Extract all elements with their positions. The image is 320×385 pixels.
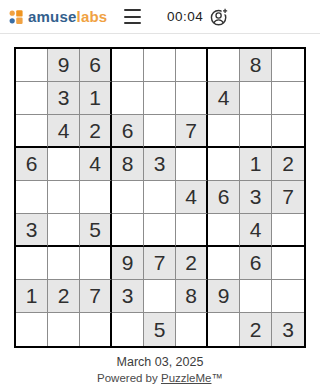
sudoku-cell-r2c7[interactable]: 4 xyxy=(208,82,240,115)
sudoku-cell-r8c5[interactable] xyxy=(144,280,176,313)
sudoku-cell-r8c6[interactable]: 8 xyxy=(176,280,208,313)
sudoku-cell-r3c4[interactable]: 6 xyxy=(112,115,144,148)
sudoku-cell-r3c8[interactable] xyxy=(240,115,272,148)
sudoku-cell-r4c7[interactable] xyxy=(208,148,240,181)
sudoku-cell-r4c4[interactable]: 8 xyxy=(112,148,144,181)
sudoku-cell-r7c7[interactable] xyxy=(208,247,240,280)
sudoku-cell-r9c8[interactable]: 2 xyxy=(240,313,272,346)
sudoku-cell-r8c2[interactable]: 2 xyxy=(48,280,80,313)
sudoku-cell-r4c1[interactable]: 6 xyxy=(16,148,48,181)
sudoku-cell-r4c5[interactable]: 3 xyxy=(144,148,176,181)
sudoku-cell-r1c7[interactable] xyxy=(208,49,240,82)
sudoku-cell-r5c3[interactable] xyxy=(80,181,112,214)
sudoku-cell-r2c5[interactable] xyxy=(144,82,176,115)
sudoku-cell-r9c7[interactable] xyxy=(208,313,240,346)
sudoku-cell-r8c4[interactable]: 3 xyxy=(112,280,144,313)
sudoku-cell-r1c4[interactable] xyxy=(112,49,144,82)
sudoku-cell-r8c7[interactable]: 9 xyxy=(208,280,240,313)
trademark: ™ xyxy=(211,372,223,384)
sudoku-cell-r2c3[interactable]: 1 xyxy=(80,82,112,115)
sudoku-cell-r6c6[interactable] xyxy=(176,214,208,247)
sudoku-cell-r3c6[interactable]: 7 xyxy=(176,115,208,148)
sudoku-cell-r2c8[interactable] xyxy=(240,82,272,115)
sudoku-cell-r1c8[interactable]: 8 xyxy=(240,49,272,82)
sudoku-cell-r7c6[interactable]: 2 xyxy=(176,247,208,280)
amuselabs-logo[interactable]: amuselabs xyxy=(9,0,107,33)
sudoku-cell-r5c8[interactable]: 3 xyxy=(240,181,272,214)
sudoku-cell-r9c9[interactable]: 3 xyxy=(272,313,304,346)
sudoku-cell-r4c8[interactable]: 1 xyxy=(240,148,272,181)
sudoku-cell-r9c3[interactable] xyxy=(80,313,112,346)
sudoku-cell-r5c4[interactable] xyxy=(112,181,144,214)
sudoku-cell-r5c7[interactable]: 6 xyxy=(208,181,240,214)
sudoku-cell-r3c3[interactable]: 2 xyxy=(80,115,112,148)
sudoku-cell-r7c8[interactable]: 6 xyxy=(240,247,272,280)
sudoku-board: 968314426764831246373549726127389523 xyxy=(14,47,306,348)
sudoku-cell-r6c7[interactable] xyxy=(208,214,240,247)
puzzle-date: March 03, 2025 xyxy=(0,355,320,369)
sudoku-cell-r2c2[interactable]: 3 xyxy=(48,82,80,115)
powered-by-prefix: Powered by xyxy=(97,372,161,384)
timer[interactable]: 00:04 xyxy=(167,0,203,33)
sudoku-cell-r4c3[interactable]: 4 xyxy=(80,148,112,181)
sudoku-cell-r6c1[interactable]: 3 xyxy=(16,214,48,247)
sudoku-cell-r9c2[interactable] xyxy=(48,313,80,346)
sudoku-cell-r1c2[interactable]: 9 xyxy=(48,49,80,82)
sudoku-cell-r6c2[interactable] xyxy=(48,214,80,247)
sudoku-cell-r1c5[interactable] xyxy=(144,49,176,82)
sudoku-cell-r1c9[interactable] xyxy=(272,49,304,82)
sudoku-cell-r8c3[interactable]: 7 xyxy=(80,280,112,313)
sudoku-cell-r3c5[interactable] xyxy=(144,115,176,148)
sudoku-cell-r7c4[interactable]: 9 xyxy=(112,247,144,280)
sudoku-cell-r5c1[interactable] xyxy=(16,181,48,214)
sudoku-cell-r7c3[interactable] xyxy=(80,247,112,280)
sudoku-cell-r9c5[interactable]: 5 xyxy=(144,313,176,346)
sudoku-cell-r6c8[interactable]: 4 xyxy=(240,214,272,247)
sudoku-cell-r9c1[interactable] xyxy=(16,313,48,346)
sudoku-cell-r4c6[interactable] xyxy=(176,148,208,181)
sudoku-cell-r6c5[interactable] xyxy=(144,214,176,247)
sudoku-cell-r9c4[interactable] xyxy=(112,313,144,346)
sudoku-cell-r5c2[interactable] xyxy=(48,181,80,214)
sudoku-cell-r4c2[interactable] xyxy=(48,148,80,181)
sudoku-cell-r7c1[interactable] xyxy=(16,247,48,280)
logo-text: amuselabs xyxy=(28,8,107,25)
sudoku-cell-r2c4[interactable] xyxy=(112,82,144,115)
header: amuselabs 00:04 xyxy=(0,0,320,34)
sudoku-cell-r7c9[interactable] xyxy=(272,247,304,280)
sudoku-cell-r3c9[interactable] xyxy=(272,115,304,148)
sudoku-cell-r1c1[interactable] xyxy=(16,49,48,82)
sudoku-cell-r9c6[interactable] xyxy=(176,313,208,346)
sudoku-cell-r8c9[interactable] xyxy=(272,280,304,313)
sudoku-cell-r2c9[interactable] xyxy=(272,82,304,115)
puzzleme-link[interactable]: PuzzleMe xyxy=(161,372,212,384)
sudoku-cell-r2c1[interactable] xyxy=(16,82,48,115)
sudoku-cell-r3c1[interactable] xyxy=(16,115,48,148)
sudoku-cell-r4c9[interactable]: 2 xyxy=(272,148,304,181)
sudoku-cell-r5c5[interactable] xyxy=(144,181,176,214)
sudoku-cell-r5c6[interactable]: 4 xyxy=(176,181,208,214)
sudoku-cell-r5c9[interactable]: 7 xyxy=(272,181,304,214)
powered-by: Powered by PuzzleMe™ xyxy=(0,372,320,384)
sudoku-cell-r7c5[interactable]: 7 xyxy=(144,247,176,280)
sudoku-cell-r3c2[interactable]: 4 xyxy=(48,115,80,148)
sudoku-cell-r3c7[interactable] xyxy=(208,115,240,148)
add-user-icon[interactable] xyxy=(209,7,229,27)
sudoku-cell-r1c6[interactable] xyxy=(176,49,208,82)
sudoku-cell-r7c2[interactable] xyxy=(48,247,80,280)
sudoku-cell-r1c3[interactable]: 6 xyxy=(80,49,112,82)
sudoku-cell-r8c8[interactable] xyxy=(240,280,272,313)
sudoku-cell-r6c9[interactable] xyxy=(272,214,304,247)
sudoku-cell-r8c1[interactable]: 1 xyxy=(16,280,48,313)
menu-icon[interactable] xyxy=(124,9,141,24)
amuselabs-logo-icon xyxy=(9,9,25,25)
sudoku-cell-r6c4[interactable] xyxy=(112,214,144,247)
sudoku-cell-r6c3[interactable]: 5 xyxy=(80,214,112,247)
sudoku-cell-r2c6[interactable] xyxy=(176,82,208,115)
